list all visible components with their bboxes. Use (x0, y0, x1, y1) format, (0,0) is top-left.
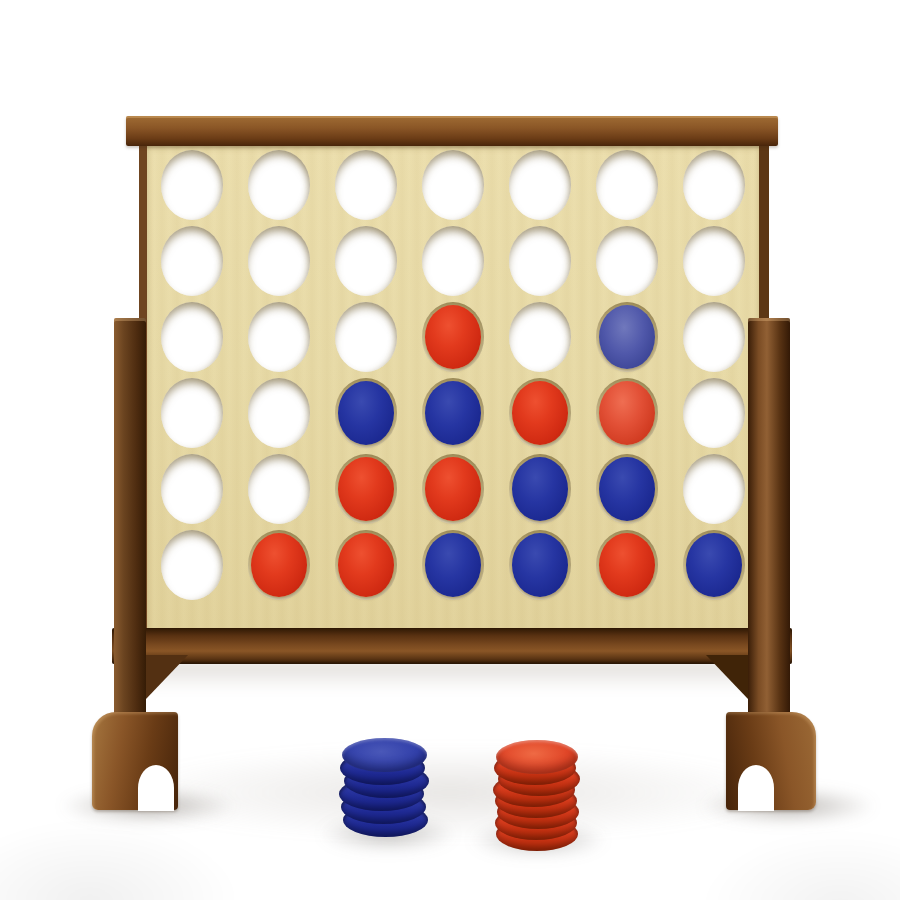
board-cell-r2c6[interactable] (583, 223, 670, 299)
board-cell-r6c3[interactable] (322, 527, 409, 603)
empty-hole (248, 226, 310, 296)
right-foot-arch (738, 765, 774, 811)
board-cell-r2c4[interactable] (409, 223, 496, 299)
hole-with-disc (509, 454, 571, 524)
red-disc (338, 457, 394, 521)
hole-with-disc (509, 378, 571, 448)
board-cell-r6c6[interactable] (583, 527, 670, 603)
board-cell-r5c6[interactable] (583, 451, 670, 527)
blue-disc (599, 305, 655, 369)
blue-disc (338, 381, 394, 445)
empty-hole (596, 150, 658, 220)
empty-hole (509, 226, 571, 296)
board-cell-r4c7[interactable] (670, 375, 757, 451)
hole-with-disc (335, 454, 397, 524)
empty-hole (683, 302, 745, 372)
connect-four-product-photo (0, 0, 900, 900)
hole-with-disc (596, 378, 658, 448)
empty-hole (161, 454, 223, 524)
hole-with-disc (422, 530, 484, 600)
hole-with-disc (596, 530, 658, 600)
board-cell-r2c7[interactable] (670, 223, 757, 299)
left-brace (146, 655, 188, 699)
empty-hole (683, 150, 745, 220)
empty-hole (422, 226, 484, 296)
empty-hole (509, 150, 571, 220)
board-cell-r2c5[interactable] (496, 223, 583, 299)
empty-hole (335, 226, 397, 296)
board-cell-r6c2[interactable] (235, 527, 322, 603)
empty-hole (161, 302, 223, 372)
left-foot-arch (138, 765, 174, 811)
top-rail (126, 116, 778, 146)
board-cell-r1c4[interactable] (409, 147, 496, 223)
red-disc (599, 533, 655, 597)
red-disc (338, 533, 394, 597)
empty-hole (683, 226, 745, 296)
empty-hole (161, 226, 223, 296)
empty-hole (683, 454, 745, 524)
board-cell-r3c3[interactable] (322, 299, 409, 375)
empty-hole (248, 302, 310, 372)
board-cell-r1c1[interactable] (148, 147, 235, 223)
blue-disc (342, 738, 427, 772)
board-cell-r6c4[interactable] (409, 527, 496, 603)
board-cell-r3c2[interactable] (235, 299, 322, 375)
empty-hole (683, 378, 745, 448)
board-cell-r3c1[interactable] (148, 299, 235, 375)
board-cell-r1c7[interactable] (670, 147, 757, 223)
hole-with-disc (248, 530, 310, 600)
backdrop-fade-left (0, 820, 240, 900)
empty-hole (161, 150, 223, 220)
board-cell-r1c6[interactable] (583, 147, 670, 223)
empty-hole (248, 454, 310, 524)
empty-hole (335, 150, 397, 220)
board-cell-r6c5[interactable] (496, 527, 583, 603)
empty-hole (248, 150, 310, 220)
board-cell-r3c5[interactable] (496, 299, 583, 375)
board-cell-r5c5[interactable] (496, 451, 583, 527)
hole-with-disc (422, 378, 484, 448)
red-disc (496, 740, 578, 774)
bottom-rail (112, 628, 792, 664)
blue-disc (512, 457, 568, 521)
hole-with-disc (422, 454, 484, 524)
right-brace (706, 655, 748, 699)
red-disc (251, 533, 307, 597)
board-cell-r3c7[interactable] (670, 299, 757, 375)
board-cell-r1c2[interactable] (235, 147, 322, 223)
right-post (748, 318, 790, 748)
red-disc (599, 381, 655, 445)
board-cell-r4c6[interactable] (583, 375, 670, 451)
board-grid (148, 147, 757, 603)
board-cell-r5c4[interactable] (409, 451, 496, 527)
backdrop-fade-right (700, 830, 900, 900)
board-cell-r5c2[interactable] (235, 451, 322, 527)
empty-hole (335, 302, 397, 372)
blue-disc (686, 533, 742, 597)
board-cell-r6c1[interactable] (148, 527, 235, 603)
board-cell-r5c7[interactable] (670, 451, 757, 527)
left-post (114, 318, 146, 748)
empty-hole (596, 226, 658, 296)
board-cell-r2c1[interactable] (148, 223, 235, 299)
empty-hole (422, 150, 484, 220)
empty-hole (248, 378, 310, 448)
board-cell-r5c3[interactable] (322, 451, 409, 527)
board-cell-r1c3[interactable] (322, 147, 409, 223)
board-cell-r3c4[interactable] (409, 299, 496, 375)
blue-disc (599, 457, 655, 521)
board-cell-r4c2[interactable] (235, 375, 322, 451)
hole-with-disc (596, 302, 658, 372)
hole-with-disc (596, 454, 658, 524)
board-panel (139, 145, 769, 632)
blue-disc-stack[interactable] (342, 738, 427, 838)
empty-hole (161, 378, 223, 448)
board-cell-r5c1[interactable] (148, 451, 235, 527)
board-cell-r4c3[interactable] (322, 375, 409, 451)
board-cell-r4c4[interactable] (409, 375, 496, 451)
board-cell-r6c7[interactable] (670, 527, 757, 603)
red-disc (512, 381, 568, 445)
board-cell-r2c2[interactable] (235, 223, 322, 299)
hole-with-disc (683, 530, 745, 600)
hole-with-disc (335, 530, 397, 600)
blue-disc (425, 381, 481, 445)
empty-hole (509, 302, 571, 372)
board-cell-r2c3[interactable] (322, 223, 409, 299)
under-rail-shadow (150, 662, 750, 692)
board-cell-r1c5[interactable] (496, 147, 583, 223)
hole-with-disc (422, 302, 484, 372)
left-foot (92, 712, 178, 810)
board-cell-r3c6[interactable] (583, 299, 670, 375)
red-disc-stack[interactable] (496, 740, 578, 854)
hole-with-disc (509, 530, 571, 600)
board-cell-r4c1[interactable] (148, 375, 235, 451)
blue-disc (425, 533, 481, 597)
red-disc (425, 305, 481, 369)
blue-disc (512, 533, 568, 597)
hole-with-disc (335, 378, 397, 448)
red-disc (425, 457, 481, 521)
empty-hole (161, 530, 223, 600)
board-cell-r4c5[interactable] (496, 375, 583, 451)
right-foot (726, 712, 816, 810)
